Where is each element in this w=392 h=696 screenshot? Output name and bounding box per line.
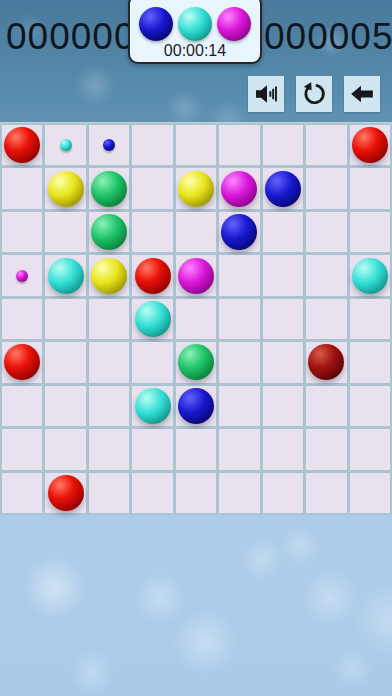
cell-r4c6[interactable] bbox=[263, 299, 303, 339]
cell-r6c7[interactable] bbox=[306, 386, 346, 426]
cell-r3c5[interactable] bbox=[219, 255, 259, 295]
ball-green[interactable] bbox=[91, 171, 127, 207]
cell-r5c7[interactable] bbox=[306, 342, 346, 382]
cell-r2c4[interactable] bbox=[176, 212, 216, 252]
cell-r0c3[interactable] bbox=[132, 125, 172, 165]
cell-r2c6[interactable] bbox=[263, 212, 303, 252]
cell-r2c7[interactable] bbox=[306, 212, 346, 252]
cell-r4c2[interactable] bbox=[89, 299, 129, 339]
ball-blue[interactable] bbox=[265, 171, 301, 207]
cell-r2c5[interactable] bbox=[219, 212, 259, 252]
ball-cyan[interactable] bbox=[48, 258, 84, 294]
sound-button[interactable] bbox=[248, 76, 284, 112]
ball-green[interactable] bbox=[178, 344, 214, 380]
small-ball-blue[interactable] bbox=[103, 139, 115, 151]
cell-r1c3[interactable] bbox=[132, 168, 172, 208]
cell-r5c0[interactable] bbox=[2, 342, 42, 382]
cell-r2c0[interactable] bbox=[2, 212, 42, 252]
cell-r3c0[interactable] bbox=[2, 255, 42, 295]
cell-r0c8[interactable] bbox=[350, 125, 390, 165]
restart-icon bbox=[301, 81, 327, 107]
cell-r6c6[interactable] bbox=[263, 386, 303, 426]
speaker-icon bbox=[253, 82, 279, 106]
cell-r5c3[interactable] bbox=[132, 342, 172, 382]
cell-r8c7[interactable] bbox=[306, 473, 346, 513]
cell-r1c2[interactable] bbox=[89, 168, 129, 208]
next-ball-magenta bbox=[217, 7, 251, 41]
board bbox=[0, 122, 392, 515]
ball-cyan[interactable] bbox=[352, 258, 388, 294]
ball-yellow[interactable] bbox=[178, 171, 214, 207]
cell-r8c1[interactable] bbox=[45, 473, 85, 513]
ball-yellow[interactable] bbox=[48, 171, 84, 207]
cell-r3c1[interactable] bbox=[45, 255, 85, 295]
cell-r3c7[interactable] bbox=[306, 255, 346, 295]
cell-r3c2[interactable] bbox=[89, 255, 129, 295]
ball-magenta[interactable] bbox=[178, 258, 214, 294]
restart-button[interactable] bbox=[296, 76, 332, 112]
cell-r8c4[interactable] bbox=[176, 473, 216, 513]
cell-r4c1[interactable] bbox=[45, 299, 85, 339]
cell-r7c5[interactable] bbox=[219, 429, 259, 469]
cell-r1c5[interactable] bbox=[219, 168, 259, 208]
cell-r8c6[interactable] bbox=[263, 473, 303, 513]
ball-red[interactable] bbox=[48, 475, 84, 511]
cell-r6c4[interactable] bbox=[176, 386, 216, 426]
cell-r1c7[interactable] bbox=[306, 168, 346, 208]
cell-r2c1[interactable] bbox=[45, 212, 85, 252]
cell-r4c7[interactable] bbox=[306, 299, 346, 339]
cell-r4c4[interactable] bbox=[176, 299, 216, 339]
cell-r2c2[interactable] bbox=[89, 212, 129, 252]
cell-r7c7[interactable] bbox=[306, 429, 346, 469]
cell-r7c0[interactable] bbox=[2, 429, 42, 469]
ball-blue[interactable] bbox=[178, 388, 214, 424]
cell-r6c5[interactable] bbox=[219, 386, 259, 426]
cell-r3c8[interactable] bbox=[350, 255, 390, 295]
cell-r0c1[interactable] bbox=[45, 125, 85, 165]
cell-r1c8[interactable] bbox=[350, 168, 390, 208]
cell-r1c0[interactable] bbox=[2, 168, 42, 208]
small-ball-cyan[interactable] bbox=[60, 139, 72, 151]
cell-r3c4[interactable] bbox=[176, 255, 216, 295]
cell-r0c5[interactable] bbox=[219, 125, 259, 165]
timer-panel: 00:00:14 bbox=[128, 0, 262, 64]
cell-r6c1[interactable] bbox=[45, 386, 85, 426]
small-ball-magenta[interactable] bbox=[16, 270, 28, 282]
cell-r7c8[interactable] bbox=[350, 429, 390, 469]
cell-r4c8[interactable] bbox=[350, 299, 390, 339]
cell-r6c2[interactable] bbox=[89, 386, 129, 426]
back-arrow-icon bbox=[349, 81, 375, 107]
cell-r0c4[interactable] bbox=[176, 125, 216, 165]
cell-r8c0[interactable] bbox=[2, 473, 42, 513]
cell-r6c3[interactable] bbox=[132, 386, 172, 426]
ball-yellow[interactable] bbox=[91, 258, 127, 294]
ball-red[interactable] bbox=[4, 344, 40, 380]
cell-r2c3[interactable] bbox=[132, 212, 172, 252]
cell-r4c0[interactable] bbox=[2, 299, 42, 339]
ball-magenta[interactable] bbox=[221, 171, 257, 207]
cell-r4c3[interactable] bbox=[132, 299, 172, 339]
cell-r1c4[interactable] bbox=[176, 168, 216, 208]
cell-r5c8[interactable] bbox=[350, 342, 390, 382]
ball-red[interactable] bbox=[135, 258, 171, 294]
cell-r8c2[interactable] bbox=[89, 473, 129, 513]
cell-r4c5[interactable] bbox=[219, 299, 259, 339]
ball-green[interactable] bbox=[91, 214, 127, 250]
cell-r1c6[interactable] bbox=[263, 168, 303, 208]
next-ball-cyan bbox=[178, 7, 212, 41]
cell-r8c8[interactable] bbox=[350, 473, 390, 513]
ball-darkred[interactable] bbox=[308, 344, 344, 380]
cell-r0c2[interactable] bbox=[89, 125, 129, 165]
back-button[interactable] bbox=[344, 76, 380, 112]
cell-r8c5[interactable] bbox=[219, 473, 259, 513]
ball-cyan[interactable] bbox=[135, 388, 171, 424]
timer: 00:00:14 bbox=[164, 42, 226, 60]
next-ball-blue bbox=[139, 7, 173, 41]
cell-r6c0[interactable] bbox=[2, 386, 42, 426]
cell-r1c1[interactable] bbox=[45, 168, 85, 208]
ball-red[interactable] bbox=[352, 127, 388, 163]
ball-red[interactable] bbox=[4, 127, 40, 163]
cell-r7c2[interactable] bbox=[89, 429, 129, 469]
cell-r2c8[interactable] bbox=[350, 212, 390, 252]
cell-r7c1[interactable] bbox=[45, 429, 85, 469]
cell-r7c3[interactable] bbox=[132, 429, 172, 469]
ball-cyan[interactable] bbox=[135, 301, 171, 337]
ball-blue[interactable] bbox=[221, 214, 257, 250]
cell-r3c3[interactable] bbox=[132, 255, 172, 295]
cell-r5c2[interactable] bbox=[89, 342, 129, 382]
cell-r7c4[interactable] bbox=[176, 429, 216, 469]
cell-r5c6[interactable] bbox=[263, 342, 303, 382]
cell-r5c1[interactable] bbox=[45, 342, 85, 382]
cell-r0c7[interactable] bbox=[306, 125, 346, 165]
cell-r5c4[interactable] bbox=[176, 342, 216, 382]
score-left: 000000 bbox=[6, 16, 128, 58]
cell-r5c5[interactable] bbox=[219, 342, 259, 382]
cell-r0c0[interactable] bbox=[2, 125, 42, 165]
score-right: 000005 bbox=[264, 16, 388, 58]
cell-r0c6[interactable] bbox=[263, 125, 303, 165]
cell-r6c8[interactable] bbox=[350, 386, 390, 426]
cell-r3c6[interactable] bbox=[263, 255, 303, 295]
next-balls bbox=[139, 7, 251, 41]
cell-r7c6[interactable] bbox=[263, 429, 303, 469]
cell-r8c3[interactable] bbox=[132, 473, 172, 513]
